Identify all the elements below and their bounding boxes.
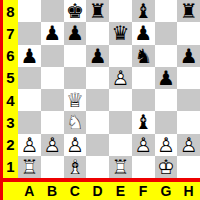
black-piece-glyph: ♞	[134, 45, 152, 67]
square-c2[interactable]: ♟♙	[64, 134, 87, 156]
white-pawn-piece[interactable]: ♟♙	[132, 134, 155, 156]
square-a5[interactable]	[18, 67, 41, 89]
white-rook-piece[interactable]: ♜♖	[109, 156, 132, 178]
black-bishop-piece[interactable]: ♝	[132, 111, 155, 133]
black-piece-glyph: ♟	[89, 45, 107, 67]
square-f1[interactable]	[132, 156, 155, 178]
rank-label-8: 8	[3, 0, 18, 22]
square-a8[interactable]	[18, 0, 41, 22]
white-pawn-piece[interactable]: ♟♙	[155, 134, 178, 156]
square-d1[interactable]	[86, 156, 109, 178]
square-a1[interactable]: ♜♖	[18, 156, 41, 178]
square-d5[interactable]	[86, 67, 109, 89]
square-d7[interactable]	[86, 22, 109, 44]
square-h5[interactable]	[177, 67, 200, 89]
square-e1[interactable]: ♜♖	[109, 156, 132, 178]
white-pawn-piece[interactable]: ♟♙	[64, 134, 87, 156]
black-pawn-piece[interactable]: ♟	[177, 45, 200, 67]
square-d4[interactable]	[86, 89, 109, 111]
rank-label-5: 5	[3, 67, 18, 89]
white-piece-outline-layer: ♘	[66, 111, 84, 133]
white-pawn-piece[interactable]: ♟♙	[18, 134, 41, 156]
square-e4[interactable]	[109, 89, 132, 111]
black-piece-glyph: ♚	[66, 0, 84, 22]
white-rook-piece[interactable]: ♜♖	[18, 156, 41, 178]
chess-app-frame: 87654321 ♚♜♝♜♟♟♛♟♟♟♞♟♟♙♟♛♕♞♘♝♟♙♟♙♟♙♟♙♟♙♟…	[0, 0, 200, 200]
square-g5[interactable]: ♟	[155, 67, 178, 89]
white-piece-outline-layer: ♕	[66, 89, 84, 111]
black-knight-piece[interactable]: ♞	[132, 45, 155, 67]
square-c1[interactable]: ♝♗	[64, 156, 87, 178]
file-label-G: G	[155, 182, 178, 200]
square-b7[interactable]: ♟	[41, 22, 64, 44]
square-c7[interactable]: ♟	[64, 22, 87, 44]
square-a3[interactable]	[18, 111, 41, 133]
square-c5[interactable]	[64, 67, 87, 89]
square-f3[interactable]: ♝	[132, 111, 155, 133]
square-h1[interactable]	[177, 156, 200, 178]
square-e3[interactable]	[109, 111, 132, 133]
rank-label-2: 2	[3, 134, 18, 156]
square-g8[interactable]	[155, 0, 178, 22]
black-piece-glyph: ♜	[180, 0, 198, 22]
square-g6[interactable]	[155, 45, 178, 67]
white-queen-piece[interactable]: ♛♕	[64, 89, 87, 111]
black-piece-glyph: ♟	[66, 22, 84, 44]
square-d2[interactable]	[86, 134, 109, 156]
file-label-F: F	[132, 182, 155, 200]
square-b5[interactable]	[41, 67, 64, 89]
white-piece-outline-layer: ♗	[66, 156, 84, 178]
file-label-D: D	[86, 182, 109, 200]
file-label-H: H	[177, 182, 200, 200]
rank-label-3: 3	[3, 111, 18, 133]
white-piece-outline-layer: ♙	[111, 67, 129, 89]
square-a2[interactable]: ♟♙	[18, 134, 41, 156]
black-pawn-piece[interactable]: ♟	[18, 45, 41, 67]
square-b6[interactable]	[41, 45, 64, 67]
rank-labels: 87654321	[3, 0, 18, 178]
rank-label-4: 4	[3, 89, 18, 111]
square-f5[interactable]	[132, 67, 155, 89]
square-f2[interactable]: ♟♙	[132, 134, 155, 156]
black-piece-glyph: ♟	[134, 22, 152, 44]
square-g7[interactable]	[155, 22, 178, 44]
square-b1[interactable]	[41, 156, 64, 178]
black-piece-glyph: ♟	[180, 45, 198, 67]
square-b8[interactable]	[41, 0, 64, 22]
rank-label-1: 1	[3, 156, 18, 178]
white-piece-outline-layer: ♙	[134, 134, 152, 156]
black-rook-piece[interactable]: ♜	[177, 0, 200, 22]
square-h6[interactable]: ♟	[177, 45, 200, 67]
square-h7[interactable]	[177, 22, 200, 44]
chess-board: ♚♜♝♜♟♟♛♟♟♟♞♟♟♙♟♛♕♞♘♝♟♙♟♙♟♙♟♙♟♙♟♙♜♖♝♗♜♖♚♔	[18, 0, 200, 178]
rank-label-7: 7	[3, 22, 18, 44]
square-h2[interactable]: ♟♙	[177, 134, 200, 156]
square-g4[interactable]	[155, 89, 178, 111]
white-piece-outline-layer: ♙	[20, 134, 38, 156]
square-a6[interactable]: ♟	[18, 45, 41, 67]
file-label-E: E	[109, 182, 132, 200]
square-a7[interactable]	[18, 22, 41, 44]
black-piece-glyph: ♝	[134, 0, 152, 22]
square-g3[interactable]	[155, 111, 178, 133]
square-h4[interactable]	[177, 89, 200, 111]
square-c6[interactable]	[64, 45, 87, 67]
white-bishop-piece[interactable]: ♝♗	[64, 156, 87, 178]
square-c3[interactable]: ♞♘	[64, 111, 87, 133]
white-piece-outline-layer: ♙	[180, 134, 198, 156]
square-e5[interactable]: ♟♙	[109, 67, 132, 89]
file-label-A: A	[18, 182, 41, 200]
white-piece-outline-layer: ♙	[43, 134, 61, 156]
square-e2[interactable]	[109, 134, 132, 156]
white-pawn-piece[interactable]: ♟♙	[177, 134, 200, 156]
square-d3[interactable]	[86, 111, 109, 133]
white-king-piece[interactable]: ♚♔	[155, 156, 178, 178]
black-pawn-piece[interactable]: ♟	[86, 45, 109, 67]
black-pawn-piece[interactable]: ♟	[132, 22, 155, 44]
black-piece-glyph: ♜	[89, 0, 107, 22]
square-f4[interactable]	[132, 89, 155, 111]
file-label-C: C	[64, 182, 87, 200]
black-queen-piece[interactable]: ♛	[109, 22, 132, 44]
square-b4[interactable]	[41, 89, 64, 111]
square-c8[interactable]: ♚	[64, 0, 87, 22]
square-b3[interactable]	[41, 111, 64, 133]
square-e8[interactable]	[109, 0, 132, 22]
square-h3[interactable]	[177, 111, 200, 133]
square-g1[interactable]: ♚♔	[155, 156, 178, 178]
square-b2[interactable]: ♟♙	[41, 134, 64, 156]
square-h8[interactable]: ♜	[177, 0, 200, 22]
square-f7[interactable]: ♟	[132, 22, 155, 44]
white-piece-outline-layer: ♖	[20, 156, 38, 178]
square-f8[interactable]: ♝	[132, 0, 155, 22]
black-piece-glyph: ♟	[43, 22, 61, 44]
square-g2[interactable]: ♟♙	[155, 134, 178, 156]
white-knight-piece[interactable]: ♞♘	[64, 111, 87, 133]
square-f6[interactable]: ♞	[132, 45, 155, 67]
black-rook-piece[interactable]: ♜	[86, 0, 109, 22]
black-piece-glyph: ♛	[111, 22, 129, 44]
black-pawn-piece[interactable]: ♟	[64, 22, 87, 44]
black-piece-glyph: ♟	[157, 67, 175, 89]
black-bishop-piece[interactable]: ♝	[132, 0, 155, 22]
white-piece-outline-layer: ♖	[111, 156, 129, 178]
square-c4[interactable]: ♛♕	[64, 89, 87, 111]
black-piece-glyph: ♝	[134, 111, 152, 133]
white-pawn-piece[interactable]: ♟♙	[109, 67, 132, 89]
square-e7[interactable]: ♛	[109, 22, 132, 44]
white-pawn-piece[interactable]: ♟♙	[41, 134, 64, 156]
file-labels: ABCDEFGH	[18, 182, 200, 200]
file-label-B: B	[41, 182, 64, 200]
rank-label-6: 6	[3, 45, 18, 67]
black-pawn-piece[interactable]: ♟	[41, 22, 64, 44]
square-e6[interactable]	[109, 45, 132, 67]
black-pawn-piece[interactable]: ♟	[155, 67, 178, 89]
black-king-piece[interactable]: ♚	[64, 0, 87, 22]
square-d6[interactable]: ♟	[86, 45, 109, 67]
square-a4[interactable]	[18, 89, 41, 111]
white-piece-outline-layer: ♙	[66, 134, 84, 156]
black-piece-glyph: ♟	[20, 45, 38, 67]
white-piece-outline-layer: ♙	[157, 134, 175, 156]
square-d8[interactable]: ♜	[86, 0, 109, 22]
white-piece-outline-layer: ♔	[157, 156, 175, 178]
